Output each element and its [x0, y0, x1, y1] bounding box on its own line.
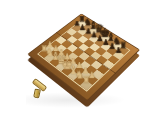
chess-set-photo: ♜♟♟♜♞♟♟♞♝♟♟♝♛♟♟♛♚♟♟♚♝♟♟♝♞♟♟♞♜♟♟♜ — [0, 0, 160, 128]
chess-board-grid: ♜♟♟♜♞♟♟♞♝♟♟♝♛♟♟♛♚♟♟♚♝♟♟♝♞♟♟♞♜♟♟♜ — [39, 20, 129, 90]
inlay-border: ♜♟♟♜♞♟♟♞♝♟♟♝♛♟♟♛♚♟♟♚♝♟♟♝♞♟♟♞♜♟♟♜ — [37, 20, 130, 92]
brass-latch — [30, 79, 50, 97]
white-rook-piece: ♜ — [76, 75, 96, 85]
square: ♜ — [80, 80, 92, 90]
black-pawn-piece: ♟ — [109, 47, 127, 55]
